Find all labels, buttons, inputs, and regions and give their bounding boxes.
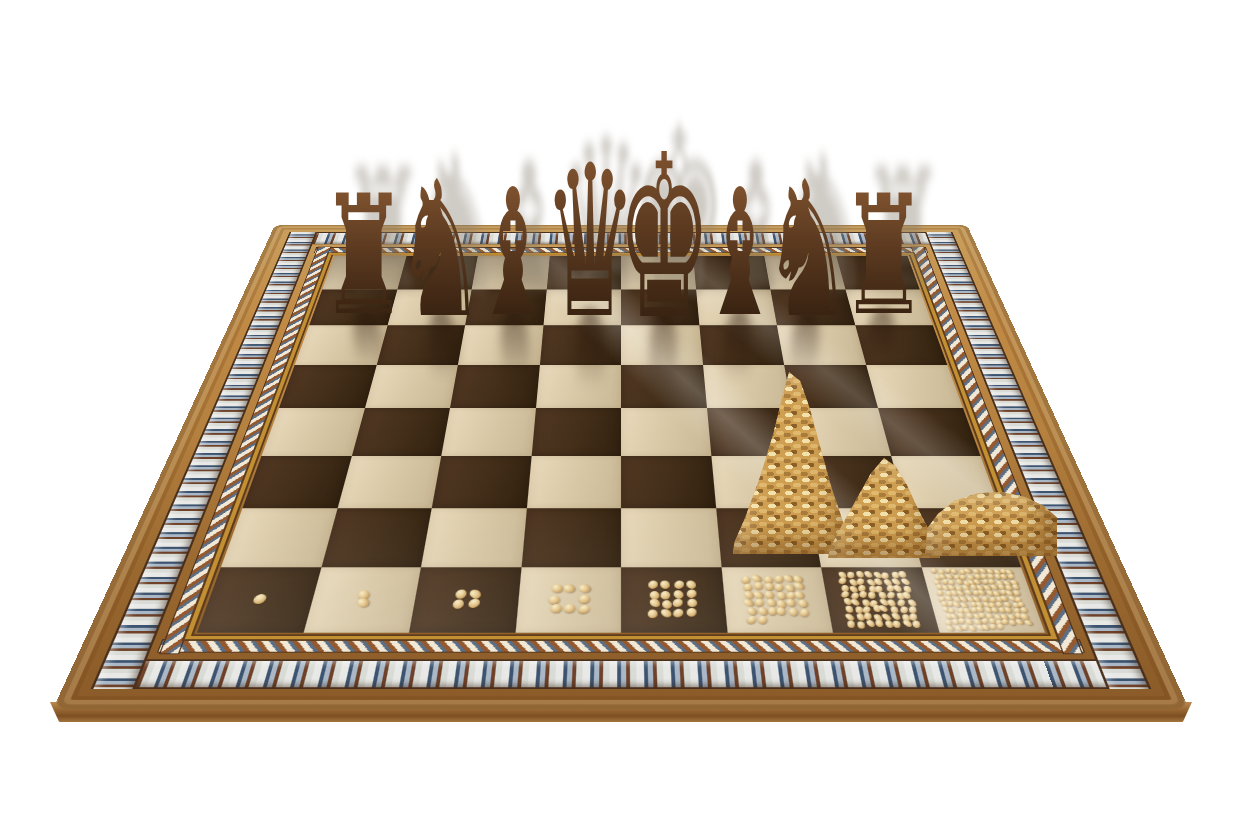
scene: ♜♞♝♛♚♝♞♜ [0, 0, 1242, 828]
chess-piece-bishop-c8[interactable]: ♝ [474, 166, 552, 341]
chess-piece-rook-h8[interactable]: ♜ [840, 174, 929, 339]
chess-piece-knight-b8[interactable]: ♞ [394, 156, 485, 344]
chess-piece-king-e8[interactable]: ♚ [616, 125, 711, 351]
chess-pieces: ♜♞♝♛♚♝♞♜ [0, 0, 1242, 828]
